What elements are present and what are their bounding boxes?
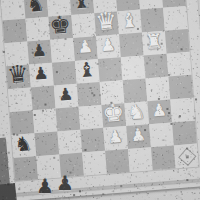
square-b6[interactable]: ♟: [27, 40, 52, 65]
square-g6[interactable]: ♜: [142, 31, 167, 56]
square-d3[interactable]: [79, 105, 104, 130]
chess-board: ♞♝♚♛♝♟♟♟♜♛♟♝♟♚♞♟♞♟♟: [0, 0, 200, 200]
square-e5[interactable]: [98, 57, 123, 82]
square-a7[interactable]: [3, 19, 28, 44]
square-c2[interactable]: [57, 130, 82, 155]
black-bishop-d8[interactable]: ♝: [72, 0, 91, 11]
square-a5[interactable]: ♛: [6, 64, 31, 89]
square-g4[interactable]: [146, 77, 171, 102]
square-h6[interactable]: [165, 29, 190, 54]
square-c7[interactable]: ♚: [48, 15, 73, 40]
black-pawn-b6[interactable]: ♟: [31, 41, 48, 59]
square-e3[interactable]: ♚: [101, 103, 126, 128]
white-pawn-f2[interactable]: ♟: [130, 126, 147, 144]
square-h1[interactable]: [174, 144, 199, 169]
square-b7[interactable]: [25, 17, 50, 42]
square-c4[interactable]: ♟: [54, 84, 79, 109]
square-d7[interactable]: [71, 13, 96, 38]
board-grid: ♞♝♚♛♝♟♟♟♜♛♟♝♟♚♞♟♞♟♟: [1, 0, 199, 181]
square-c6[interactable]: [50, 38, 75, 63]
captured-black-pawn-2[interactable]: ♟: [56, 173, 74, 193]
square-e7[interactable]: ♛: [94, 11, 119, 36]
captured-black-pawn-1[interactable]: ♟: [36, 176, 54, 196]
square-a2[interactable]: ♞: [12, 133, 37, 158]
black-knight-a2[interactable]: ♞: [14, 133, 33, 154]
white-pawn-g3[interactable]: ♟: [151, 101, 168, 119]
square-e2[interactable]: ♟: [103, 126, 128, 151]
square-h4[interactable]: [168, 75, 193, 100]
table-shadow-corner: [0, 183, 17, 200]
square-g3[interactable]: ♟: [147, 100, 172, 125]
white-knight-f3[interactable]: ♞: [127, 101, 146, 122]
white-bishop-f7[interactable]: ♝: [119, 9, 138, 30]
square-f5[interactable]: [121, 55, 146, 80]
white-pawn-e6[interactable]: ♟: [100, 36, 117, 54]
square-a4[interactable]: [8, 87, 33, 112]
white-pawn-e2[interactable]: ♟: [107, 127, 124, 145]
board-frame-edge: [4, 178, 200, 196]
white-rook-g6[interactable]: ♜: [144, 30, 163, 51]
square-b5[interactable]: ♟: [29, 63, 54, 88]
square-f7[interactable]: ♝: [117, 10, 142, 35]
square-h2[interactable]: [172, 121, 197, 146]
square-h3[interactable]: [170, 98, 195, 123]
square-h5[interactable]: [167, 52, 192, 77]
square-d1[interactable]: [82, 151, 107, 176]
black-queen-a5[interactable]: ♛: [6, 61, 29, 87]
square-a1[interactable]: [13, 156, 38, 181]
white-king-e3[interactable]: ♚: [102, 100, 125, 126]
square-b8[interactable]: ♞: [24, 0, 49, 19]
photo-canvas: ♞♝♚♛♝♟♟♟♜♛♟♝♟♚♞♟♞♟♟ ♟♟: [0, 0, 200, 200]
square-d2[interactable]: [80, 128, 105, 153]
square-f6[interactable]: [119, 33, 144, 58]
square-f3[interactable]: ♞: [124, 101, 149, 126]
square-g1[interactable]: [151, 145, 176, 170]
square-c3[interactable]: [56, 107, 81, 132]
white-queen-e7[interactable]: ♛: [94, 8, 117, 34]
square-g5[interactable]: [144, 54, 169, 79]
black-king-c7[interactable]: ♚: [48, 12, 71, 38]
square-b3[interactable]: [33, 109, 58, 134]
square-b4[interactable]: [31, 86, 56, 111]
black-pawn-c4[interactable]: ♟: [57, 85, 74, 103]
square-h7[interactable]: [163, 6, 188, 31]
square-e1[interactable]: [105, 149, 130, 174]
board-brand-logo: [178, 147, 196, 165]
square-f2[interactable]: ♟: [126, 124, 151, 149]
square-c5[interactable]: [52, 61, 77, 86]
square-b2[interactable]: [35, 131, 60, 156]
square-f1[interactable]: [128, 147, 153, 172]
black-bishop-d5[interactable]: ♝: [77, 58, 96, 79]
square-d5[interactable]: ♝: [75, 59, 100, 84]
white-pawn-d6[interactable]: ♟: [77, 37, 94, 55]
square-e6[interactable]: ♟: [96, 34, 121, 59]
square-g2[interactable]: [149, 122, 174, 147]
black-knight-b8[interactable]: ♞: [26, 0, 45, 15]
square-d4[interactable]: [77, 82, 102, 107]
square-a8[interactable]: [1, 0, 26, 20]
black-pawn-b5[interactable]: ♟: [33, 64, 50, 82]
